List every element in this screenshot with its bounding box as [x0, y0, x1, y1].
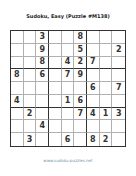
- cell-r6c4: [49, 95, 62, 108]
- cell-r2c9: 2: [112, 44, 125, 57]
- cell-r5c5: [62, 82, 75, 95]
- cell-r9c9: [112, 133, 125, 146]
- page-title: Sudoku, Easy (Puzzle #M138): [0, 13, 136, 19]
- cell-r3c6: 2: [74, 57, 87, 70]
- cell-r2c1: [11, 44, 24, 57]
- cell-r7c6: 7: [74, 108, 87, 121]
- cell-r6c7: [87, 95, 100, 108]
- cell-r1c4: [49, 31, 62, 44]
- cell-r1c8: [100, 31, 113, 44]
- cell-r5c8: [100, 82, 113, 95]
- cell-r5c2: [24, 82, 37, 95]
- cell-r7c8: 1: [100, 108, 113, 121]
- cell-r8c5: [62, 120, 75, 133]
- cell-r8c8: [100, 120, 113, 133]
- cell-r6c5: 1: [62, 95, 75, 108]
- cell-r6c8: [100, 95, 113, 108]
- cell-r4c4: [49, 69, 62, 82]
- cell-r7c4: [49, 108, 62, 121]
- cell-r4c8: [100, 69, 113, 82]
- cell-r8c9: [112, 120, 125, 133]
- cell-r9c7: 8: [87, 133, 100, 146]
- footer-url[interactable]: www.sudoku-puzzles.net: [0, 158, 136, 163]
- cell-r9c3: [36, 133, 49, 146]
- cell-r7c1: [11, 108, 24, 121]
- cell-r8c4: [49, 120, 62, 133]
- cell-r6c6: 6: [74, 95, 87, 108]
- cell-r3c3: 8: [36, 57, 49, 70]
- cell-r9c2: 3: [24, 133, 37, 146]
- cell-r4c3: 6: [36, 69, 49, 82]
- cell-r3c5: 4: [62, 57, 75, 70]
- cell-r4c7: [87, 69, 100, 82]
- cell-r1c6: 8: [74, 31, 87, 44]
- cell-r5c7: 6: [87, 82, 100, 95]
- cell-r7c5: [62, 108, 75, 121]
- cell-r3c8: [100, 57, 113, 70]
- cell-r4c2: [24, 69, 37, 82]
- cell-r9c5: 6: [62, 133, 75, 146]
- cell-r1c5: [62, 31, 75, 44]
- cell-r8c3: 4: [36, 120, 49, 133]
- cell-r6c1: 4: [11, 95, 24, 108]
- cell-r3c4: [49, 57, 62, 70]
- cell-r4c5: 7: [62, 69, 75, 82]
- cell-r4c6: 9: [74, 69, 87, 82]
- cell-r2c3: 9: [36, 44, 49, 57]
- cell-r2c8: [100, 44, 113, 57]
- cell-r7c3: [36, 108, 49, 121]
- cell-r9c4: [49, 133, 62, 146]
- cell-r1c9: [112, 31, 125, 44]
- sudoku-grid: 3895284278679674162741343682: [10, 30, 126, 147]
- cell-r2c5: [62, 44, 75, 57]
- cell-r1c3: 3: [36, 31, 49, 44]
- cell-r8c7: [87, 120, 100, 133]
- cell-r1c1: [11, 31, 24, 44]
- cell-r6c9: [112, 95, 125, 108]
- cell-r9c8: 2: [100, 133, 113, 146]
- cell-r6c3: [36, 95, 49, 108]
- cell-r2c7: [87, 44, 100, 57]
- cell-r9c1: [11, 133, 24, 146]
- cell-r5c9: 7: [112, 82, 125, 95]
- cell-r5c4: [49, 82, 62, 95]
- cell-r1c7: [87, 31, 100, 44]
- cell-r4c1: 8: [11, 69, 24, 82]
- cell-r8c6: [74, 120, 87, 133]
- cell-r7c2: 2: [24, 108, 37, 121]
- cell-r4c9: [112, 69, 125, 82]
- cell-r7c7: 4: [87, 108, 100, 121]
- cell-r3c9: [112, 57, 125, 70]
- cell-r5c3: [36, 82, 49, 95]
- cell-r7c9: 3: [112, 108, 125, 121]
- cell-r3c1: [11, 57, 24, 70]
- sudoku-page: Sudoku, Easy (Puzzle #M138) 389528427867…: [0, 0, 136, 176]
- cell-r6c2: [24, 95, 37, 108]
- cell-r3c2: [24, 57, 37, 70]
- cell-r1c2: [24, 31, 37, 44]
- cell-r2c4: [49, 44, 62, 57]
- cell-r9c6: [74, 133, 87, 146]
- cell-r3c7: 7: [87, 57, 100, 70]
- cell-r5c6: [74, 82, 87, 95]
- cell-r2c2: [24, 44, 37, 57]
- cell-r5c1: [11, 82, 24, 95]
- cell-r2c6: 5: [74, 44, 87, 57]
- cell-r8c1: [11, 120, 24, 133]
- cell-r8c2: [24, 120, 37, 133]
